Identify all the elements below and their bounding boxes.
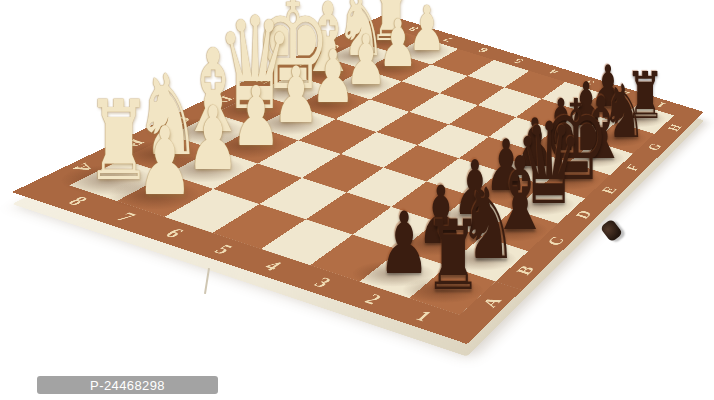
watermark-text: P-24468298	[90, 378, 165, 393]
coordinate-label: 7	[112, 210, 140, 223]
coordinate-label: 5	[511, 57, 526, 64]
coordinate-label: H	[665, 123, 684, 132]
coordinate-label: 1	[654, 101, 667, 109]
scene: ABCDEFGH8877665544332211ABCDEFGH ♜♞♝♛♚♝♞…	[0, 0, 714, 400]
coordinate-label: 7	[440, 36, 456, 43]
metal-clasp	[600, 218, 624, 242]
fold-seam-edge	[204, 268, 210, 294]
coordinate-label: 3	[310, 275, 335, 290]
coordinate-label: 6	[475, 47, 490, 54]
coordinate-label: 4	[546, 68, 561, 76]
chess-board: ABCDEFGH8877665544332211ABCDEFGH	[12, 14, 704, 344]
coordinate-label: 6	[161, 226, 188, 240]
coordinate-label: A	[478, 295, 505, 310]
coordinate-label: F	[623, 163, 642, 172]
coordinate-label: 1	[412, 308, 435, 324]
coordinate-label: 2	[361, 292, 385, 307]
coordinate-label: F	[289, 59, 310, 67]
coordinate-label: G	[645, 142, 665, 152]
coordinate-label: E	[252, 76, 275, 85]
coordinate-label: D	[572, 209, 594, 221]
coordinate-label: 2	[618, 90, 632, 98]
coordinate-label: 4	[260, 259, 286, 274]
watermark-badge: P-24468298	[37, 376, 218, 394]
chess-set-photo: ABCDEFGH8877665544332211ABCDEFGH ♜♞♝♛♚♝♞…	[0, 0, 714, 400]
coordinate-label: 8	[405, 25, 421, 32]
coordinate-label: E	[599, 185, 620, 195]
coordinate-label: 3	[582, 79, 596, 87]
coordinate-label: 8	[64, 194, 93, 207]
coordinate-label: B	[513, 264, 538, 277]
coordinate-label: C	[544, 235, 568, 247]
coordinate-label: 5	[210, 242, 236, 256]
